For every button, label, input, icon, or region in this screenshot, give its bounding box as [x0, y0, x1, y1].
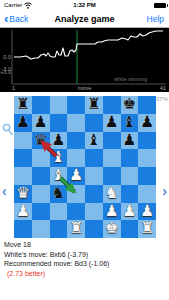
square-f6[interactable] [103, 132, 121, 150]
square-b7[interactable]: ♟ [32, 114, 50, 132]
square-a2[interactable]: ♟ [14, 203, 32, 221]
square-b2[interactable] [32, 203, 50, 221]
piece-black-rook[interactable]: ♜ [16, 97, 30, 113]
square-f7[interactable]: ♟ [103, 114, 121, 132]
piece-black-pawn[interactable]: ♟ [34, 115, 48, 131]
square-f3[interactable]: ♞ [103, 185, 121, 203]
square-d7[interactable] [67, 114, 85, 132]
square-b4[interactable] [32, 167, 50, 185]
square-h5[interactable] [138, 149, 156, 167]
square-g1[interactable] [121, 220, 139, 238]
square-d5[interactable] [67, 149, 85, 167]
square-d1[interactable]: ♜ [67, 220, 85, 238]
previous-move-button[interactable]: ‹ [2, 184, 7, 198]
piece-white-pawn[interactable]: ♟ [16, 204, 30, 220]
square-h6[interactable] [138, 132, 156, 150]
square-d2[interactable] [67, 203, 85, 221]
chess-board[interactable]: ♜♜♚♟♟♟♝♟♛♟♝♟♝♝♟♛♞♞♟♟♟♟♜♚♜ [14, 96, 156, 238]
square-d4[interactable]: ♟ [67, 167, 85, 185]
square-c4[interactable]: ♝ [50, 167, 68, 185]
piece-black-bishop[interactable]: ♝ [87, 133, 101, 149]
square-b1[interactable] [32, 220, 50, 238]
piece-black-king[interactable]: ♚ [122, 97, 136, 113]
move-number-label: Move 18 [4, 240, 109, 250]
piece-black-pawn[interactable]: ♟ [51, 133, 65, 149]
evaluation-line-chart [0, 28, 169, 92]
square-f4[interactable] [103, 167, 121, 185]
piece-black-queen[interactable]: ♛ [34, 133, 48, 149]
square-a3[interactable]: ♛ [14, 185, 32, 203]
evaluation-line [14, 31, 163, 59]
square-b6[interactable]: ♛ [32, 132, 50, 150]
next-move-button[interactable]: › [162, 184, 167, 198]
square-b5[interactable] [32, 149, 50, 167]
square-f8[interactable] [103, 96, 121, 114]
piece-white-rook[interactable]: ♜ [69, 221, 83, 237]
white-move-label: White's move: Bxb6 (-3.79) [4, 250, 109, 260]
piece-white-pawn[interactable]: ♟ [105, 204, 119, 220]
square-a6[interactable] [14, 132, 32, 150]
square-d6[interactable] [67, 132, 85, 150]
piece-black-pawn[interactable]: ♟ [122, 133, 136, 149]
square-a8[interactable]: ♜ [14, 96, 32, 114]
white-winning-label: white winning [114, 76, 147, 82]
eval-delta-label: (2.73 better) [4, 269, 109, 279]
piece-black-pawn[interactable]: ♟ [140, 115, 154, 131]
square-e4[interactable] [85, 167, 103, 185]
analysis-panel: Move 18 White's move: Bxb6 (-3.79) Recom… [4, 240, 109, 278]
square-h1[interactable]: ♜ [138, 220, 156, 238]
square-h2[interactable]: ♟ [138, 203, 156, 221]
piece-white-rook[interactable]: ♜ [140, 221, 154, 237]
square-c3[interactable]: ♞ [50, 185, 68, 203]
x-axis-title: move [0, 85, 169, 91]
square-e8[interactable]: ♜ [85, 96, 103, 114]
y-axis-label-mid: 0.0 [0, 54, 11, 60]
piece-black-rook[interactable]: ♜ [87, 97, 101, 113]
square-g6[interactable]: ♟ [121, 132, 139, 150]
square-c5[interactable]: ♝ [50, 149, 68, 167]
square-c7[interactable] [50, 114, 68, 132]
square-g4[interactable] [121, 167, 139, 185]
evaluation-graph[interactable]: -3.0 0.0 +3.0 1 move 41 white winning [0, 28, 169, 92]
x-axis-end: 41 [160, 85, 166, 91]
square-b3[interactable] [32, 185, 50, 203]
magnify-icon[interactable] [2, 123, 14, 141]
piece-black-pawn[interactable]: ♟ [16, 115, 30, 131]
square-a7[interactable]: ♟ [14, 114, 32, 132]
square-g3[interactable] [121, 185, 139, 203]
piece-white-bishop[interactable]: ♝ [51, 168, 65, 184]
square-d8[interactable] [67, 96, 85, 114]
analysis-progress: 37% [156, 96, 168, 102]
square-c2[interactable] [50, 203, 68, 221]
square-g2[interactable]: ♟ [121, 203, 139, 221]
square-e6[interactable]: ♝ [85, 132, 103, 150]
status-bar: Carrier 1:32 PM [0, 0, 169, 10]
piece-white-pawn[interactable]: ♟ [69, 168, 83, 184]
y-axis-label-bottom: +3.0 [0, 69, 11, 75]
piece-white-queen[interactable]: ♛ [16, 186, 30, 202]
square-f2[interactable]: ♟ [103, 203, 121, 221]
piece-white-bishop[interactable]: ♝ [51, 150, 65, 166]
square-a5[interactable] [14, 149, 32, 167]
square-h4[interactable] [138, 167, 156, 185]
square-c8[interactable] [50, 96, 68, 114]
square-a1[interactable] [14, 220, 32, 238]
square-e2[interactable] [85, 203, 103, 221]
page-title: Analyze game [0, 14, 169, 24]
recommended-move-label: Recommended move: Bd3 (-1.06) [4, 259, 109, 269]
square-g7[interactable]: ♝ [121, 114, 139, 132]
square-f1[interactable]: ♚ [103, 220, 121, 238]
square-a4[interactable] [14, 167, 32, 185]
piece-white-pawn[interactable]: ♟ [122, 204, 136, 220]
square-h8[interactable] [138, 96, 156, 114]
square-h7[interactable]: ♟ [138, 114, 156, 132]
clock: 1:32 PM [0, 2, 169, 8]
square-e5[interactable] [85, 149, 103, 167]
square-g5[interactable] [121, 149, 139, 167]
square-e7[interactable] [85, 114, 103, 132]
piece-black-bishop[interactable]: ♝ [122, 115, 136, 131]
navigation-bar: ‹ Back Analyze game Help [0, 10, 169, 28]
square-c6[interactable]: ♟ [50, 132, 68, 150]
battery-icon [154, 3, 166, 8]
piece-black-pawn[interactable]: ♟ [105, 115, 119, 131]
square-g8[interactable]: ♚ [121, 96, 139, 114]
square-b8[interactable] [32, 96, 50, 114]
piece-white-pawn[interactable]: ♟ [140, 204, 154, 220]
square-d3[interactable] [67, 185, 85, 203]
square-e3[interactable] [85, 185, 103, 203]
square-f5[interactable] [103, 149, 121, 167]
help-button[interactable]: Help [147, 14, 164, 24]
square-h3[interactable] [138, 185, 156, 203]
piece-white-king[interactable]: ♚ [105, 221, 119, 237]
piece-black-knight[interactable]: ♞ [51, 186, 65, 202]
piece-white-knight[interactable]: ♞ [105, 186, 119, 202]
square-e1[interactable] [85, 220, 103, 238]
square-c1[interactable] [50, 220, 68, 238]
